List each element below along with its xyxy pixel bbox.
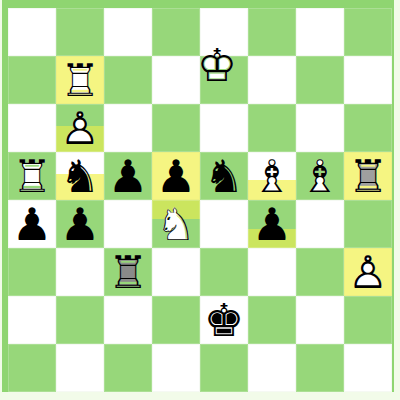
black-pawn-icon: ♟ xyxy=(156,154,196,199)
piece-white-rook[interactable]: ♜♖ xyxy=(56,56,104,104)
square-g8[interactable] xyxy=(296,8,344,56)
square-h6[interactable] xyxy=(344,104,392,152)
piece-black-pawn[interactable]: ♟ xyxy=(104,152,152,200)
square-b8[interactable] xyxy=(56,8,104,56)
square-c2[interactable] xyxy=(104,296,152,344)
square-h4[interactable] xyxy=(344,200,392,248)
black-pawn-icon: ♟ xyxy=(60,202,100,247)
white-rook-icon: ♖ xyxy=(60,58,100,103)
white-pawn-icon: ♙ xyxy=(60,106,100,151)
piece-white-king[interactable]: ♚♔ xyxy=(193,41,241,89)
white-king-icon: ♔ xyxy=(197,43,237,88)
piece-black-pawn[interactable]: ♟ xyxy=(152,152,200,200)
square-d5[interactable]: ♟ xyxy=(152,152,200,200)
square-c3[interactable]: ♜♖ xyxy=(104,248,152,296)
square-e7[interactable]: ♚♔ xyxy=(200,56,248,104)
square-b7[interactable]: ♜♖ xyxy=(56,56,104,104)
square-a6[interactable] xyxy=(8,104,56,152)
square-f3[interactable] xyxy=(248,248,296,296)
square-b3[interactable] xyxy=(56,248,104,296)
piece-white-bishop[interactable]: ♝♗ xyxy=(296,152,344,200)
square-a2[interactable] xyxy=(8,296,56,344)
square-f8[interactable] xyxy=(248,8,296,56)
piece-black-pawn[interactable]: ♟ xyxy=(56,200,104,248)
square-h8[interactable] xyxy=(344,8,392,56)
black-pawn-icon: ♟ xyxy=(252,202,292,247)
square-g5[interactable]: ♝♗ xyxy=(296,152,344,200)
black-knight-icon: ♞ xyxy=(60,154,100,199)
square-b2[interactable] xyxy=(56,296,104,344)
square-f1[interactable] xyxy=(248,344,296,392)
square-d2[interactable] xyxy=(152,296,200,344)
square-a3[interactable] xyxy=(8,248,56,296)
white-bishop-icon: ♗ xyxy=(252,154,292,199)
square-c8[interactable] xyxy=(104,8,152,56)
piece-white-knight[interactable]: ♞♘ xyxy=(152,200,200,248)
square-f2[interactable] xyxy=(248,296,296,344)
square-b5[interactable]: ♞ xyxy=(56,152,104,200)
square-a7[interactable] xyxy=(8,56,56,104)
square-g7[interactable] xyxy=(296,56,344,104)
square-a4[interactable]: ♟ xyxy=(8,200,56,248)
square-b4[interactable]: ♟ xyxy=(56,200,104,248)
square-d6[interactable] xyxy=(152,104,200,152)
square-e6[interactable] xyxy=(200,104,248,152)
piece-white-pawn[interactable]: ♟♙ xyxy=(56,104,104,152)
square-e4[interactable] xyxy=(200,200,248,248)
square-c5[interactable]: ♟ xyxy=(104,152,152,200)
black-knight-icon: ♞ xyxy=(204,154,244,199)
piece-white-pawn[interactable]: ♟♙ xyxy=(344,248,392,296)
piece-black-rook[interactable]: ♜♖ xyxy=(344,152,392,200)
square-h2[interactable] xyxy=(344,296,392,344)
square-b1[interactable] xyxy=(56,344,104,392)
square-f5[interactable]: ♝♗ xyxy=(248,152,296,200)
black-rook-icon: ♖ xyxy=(348,154,388,199)
black-pawn-icon: ♟ xyxy=(108,154,148,199)
square-h1[interactable] xyxy=(344,344,392,392)
square-f6[interactable] xyxy=(248,104,296,152)
square-e1[interactable] xyxy=(200,344,248,392)
square-g3[interactable] xyxy=(296,248,344,296)
square-a5[interactable]: ♜♖ xyxy=(8,152,56,200)
square-e2[interactable]: ♚ xyxy=(200,296,248,344)
white-rook-icon: ♖ xyxy=(12,154,52,199)
piece-black-knight[interactable]: ♞ xyxy=(56,152,104,200)
white-pawn-icon: ♙ xyxy=(348,250,388,295)
square-b6[interactable]: ♟♙ xyxy=(56,104,104,152)
chess-board: ♜♖♚♔♟♙♜♖♞♟♟♞♝♗♝♗♜♖♟♟♞♘♟♜♖♟♙♚ xyxy=(8,8,392,392)
square-e3[interactable] xyxy=(200,248,248,296)
square-f7[interactable] xyxy=(248,56,296,104)
black-pawn-icon: ♟ xyxy=(12,202,52,247)
square-e5[interactable]: ♞ xyxy=(200,152,248,200)
square-c6[interactable] xyxy=(104,104,152,152)
board-frame: ♜♖♚♔♟♙♜♖♞♟♟♞♝♗♝♗♜♖♟♟♞♘♟♜♖♟♙♚ xyxy=(0,0,400,400)
square-a8[interactable] xyxy=(8,8,56,56)
black-rook-icon: ♖ xyxy=(108,250,148,295)
black-king-icon: ♚ xyxy=(204,298,244,343)
piece-black-pawn[interactable]: ♟ xyxy=(8,200,56,248)
square-c1[interactable] xyxy=(104,344,152,392)
piece-black-king[interactable]: ♚ xyxy=(200,296,248,344)
square-h7[interactable] xyxy=(344,56,392,104)
square-h3[interactable]: ♟♙ xyxy=(344,248,392,296)
white-bishop-icon: ♗ xyxy=(300,154,340,199)
white-knight-icon: ♘ xyxy=(156,202,196,247)
square-c7[interactable] xyxy=(104,56,152,104)
square-g4[interactable] xyxy=(296,200,344,248)
piece-black-knight[interactable]: ♞ xyxy=(200,152,248,200)
square-f4[interactable]: ♟ xyxy=(248,200,296,248)
square-d3[interactable] xyxy=(152,248,200,296)
square-g2[interactable] xyxy=(296,296,344,344)
square-h5[interactable]: ♜♖ xyxy=(344,152,392,200)
square-d1[interactable] xyxy=(152,344,200,392)
piece-white-rook[interactable]: ♜♖ xyxy=(8,152,56,200)
square-a1[interactable] xyxy=(8,344,56,392)
square-c4[interactable] xyxy=(104,200,152,248)
piece-white-bishop[interactable]: ♝♗ xyxy=(248,152,296,200)
square-d4[interactable]: ♞♘ xyxy=(152,200,200,248)
piece-black-pawn[interactable]: ♟ xyxy=(248,200,296,248)
square-g1[interactable] xyxy=(296,344,344,392)
piece-black-rook[interactable]: ♜♖ xyxy=(104,248,152,296)
square-g6[interactable] xyxy=(296,104,344,152)
